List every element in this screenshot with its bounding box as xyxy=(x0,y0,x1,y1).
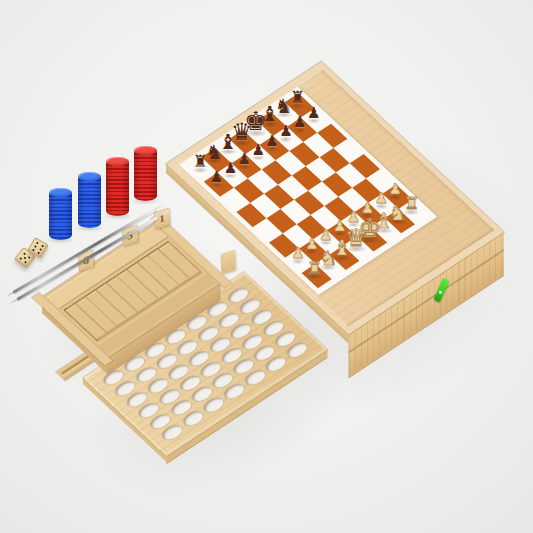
chip-stack-top xyxy=(134,146,157,155)
chip-stack-red xyxy=(134,146,157,201)
chip-stack-top xyxy=(78,172,101,181)
die-pip xyxy=(24,261,27,264)
chip-stack-top xyxy=(49,188,72,197)
shut-box-raised-tiles: 631 xyxy=(0,0,533,533)
die-pip xyxy=(23,252,26,255)
chip-stack-red xyxy=(106,157,129,216)
die-pip xyxy=(37,251,40,254)
die-pip xyxy=(23,256,26,259)
die-pip xyxy=(36,242,39,245)
die-pip xyxy=(41,244,44,247)
shut-box-upright-block xyxy=(220,250,235,275)
chip-stack-side xyxy=(134,151,157,202)
chip-stack-side xyxy=(106,162,129,217)
die-pip xyxy=(28,256,31,259)
chip-stack-blue xyxy=(78,172,101,228)
chip-stack-side xyxy=(78,177,101,229)
product-scene: 631 ♜♞♝♛♚♝♞♜♟♟♟♟♟♟♟♟♟♟♟♟♟♟♟♟♜♞♝♛♚♝♞♜ xyxy=(0,0,533,533)
chip-stack-side xyxy=(49,193,72,241)
die-pip xyxy=(39,248,42,251)
chip-stack-top xyxy=(106,157,129,166)
chip-stack-blue xyxy=(49,188,72,240)
die-pip xyxy=(34,245,37,248)
die-pip xyxy=(32,248,35,251)
die-pip xyxy=(19,257,22,260)
